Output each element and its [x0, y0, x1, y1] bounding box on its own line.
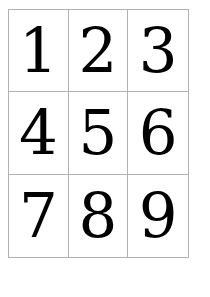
- cell-r1c1: 1: [9, 10, 69, 92]
- digit-8: 8: [79, 185, 118, 246]
- page: 1 2 3 4 5 6 7 8 9: [0, 0, 210, 297]
- digit-9: 9: [139, 185, 178, 246]
- digit-6: 6: [139, 102, 178, 163]
- digit-1: 1: [19, 20, 58, 81]
- cell-r2c2: 5: [69, 92, 129, 174]
- cell-r2c3: 6: [128, 92, 188, 174]
- digit-7: 7: [19, 185, 58, 246]
- digit-4: 4: [19, 102, 58, 163]
- cell-r1c2: 2: [69, 10, 129, 92]
- cell-r1c3: 3: [128, 10, 188, 92]
- cell-r2c1: 4: [9, 92, 69, 174]
- cell-r3c1: 7: [9, 175, 69, 257]
- digit-3: 3: [139, 20, 178, 81]
- cell-r3c3: 9: [128, 175, 188, 257]
- cell-r3c2: 8: [69, 175, 129, 257]
- number-grid: 1 2 3 4 5 6 7 8 9: [8, 9, 189, 258]
- digit-2: 2: [79, 20, 118, 81]
- digit-5: 5: [79, 102, 118, 163]
